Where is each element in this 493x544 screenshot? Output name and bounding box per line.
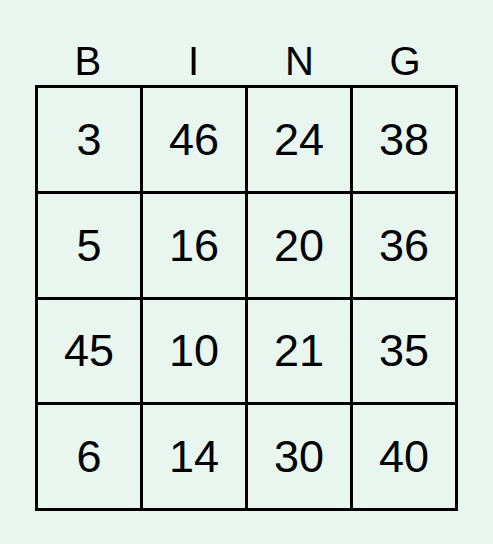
cell-r0c2[interactable]: 24 [248, 88, 350, 191]
bingo-card: B I N G 3 46 24 38 5 16 20 36 45 10 21 3… [35, 38, 458, 511]
bingo-grid: 3 46 24 38 5 16 20 36 45 10 21 35 6 14 3… [35, 85, 458, 511]
cell-r0c1[interactable]: 46 [143, 88, 245, 191]
cell-r2c2[interactable]: 21 [248, 300, 350, 403]
header-letter-g: G [352, 38, 458, 85]
header-letter-n: N [247, 38, 353, 85]
cell-r1c0[interactable]: 5 [38, 194, 140, 297]
cell-r0c0[interactable]: 3 [38, 88, 140, 191]
cell-r2c1[interactable]: 10 [143, 300, 245, 403]
cell-r2c0[interactable]: 45 [38, 300, 140, 403]
cell-r1c1[interactable]: 16 [143, 194, 245, 297]
cell-r0c3[interactable]: 38 [353, 88, 455, 191]
cell-r1c3[interactable]: 36 [353, 194, 455, 297]
bingo-header-row: B I N G [35, 38, 458, 85]
cell-r3c3[interactable]: 40 [353, 405, 455, 508]
cell-r3c1[interactable]: 14 [143, 405, 245, 508]
cell-r3c2[interactable]: 30 [248, 405, 350, 508]
cell-r2c3[interactable]: 35 [353, 300, 455, 403]
header-letter-i: I [141, 38, 247, 85]
header-letter-b: B [35, 38, 141, 85]
cell-r1c2[interactable]: 20 [248, 194, 350, 297]
cell-r3c0[interactable]: 6 [38, 405, 140, 508]
